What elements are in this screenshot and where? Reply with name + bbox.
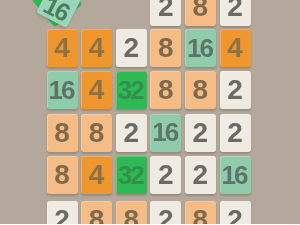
tile-value: 2 xyxy=(158,204,174,225)
tile-value: 32 xyxy=(118,160,143,191)
tile-value: 2 xyxy=(158,159,174,191)
tile-8: 8 xyxy=(81,201,112,225)
tile-2: 2 xyxy=(150,0,181,26)
tile-value: 2 xyxy=(227,117,243,149)
game-board[interactable]: 2824428164164328828821622843222162882821… xyxy=(0,0,300,224)
tile-value: 4 xyxy=(54,32,70,64)
tile-16: 16 xyxy=(220,156,251,194)
tile-16: 16 xyxy=(47,71,78,109)
tile-8: 8 xyxy=(150,71,181,109)
tile-16: 16 xyxy=(185,29,216,67)
tile-8: 8 xyxy=(150,29,181,67)
moving-tile-16: 16 xyxy=(36,0,82,28)
tile-value: 8 xyxy=(89,117,105,149)
tile-32: 32 xyxy=(116,156,147,194)
tile-value: 2 xyxy=(227,0,243,23)
tile-8: 8 xyxy=(47,114,78,152)
tile-2: 2 xyxy=(220,201,251,225)
tile-value: 8 xyxy=(123,204,139,225)
tile-value: 4 xyxy=(227,32,243,64)
tile-value: 8 xyxy=(193,204,209,225)
tile-value: 8 xyxy=(158,32,174,64)
tile-2: 2 xyxy=(150,156,181,194)
tile-2: 2 xyxy=(220,71,251,109)
tile-8: 8 xyxy=(47,156,78,194)
tile-value: 16 xyxy=(152,117,177,148)
tile-value: 8 xyxy=(89,204,105,225)
tile-4: 4 xyxy=(81,156,112,194)
tile-value: 16 xyxy=(39,0,73,26)
tile-value: 2 xyxy=(193,159,209,191)
tile-value: 4 xyxy=(89,74,105,106)
tile-value: 16 xyxy=(187,33,212,64)
tile-value: 2 xyxy=(54,204,70,225)
tile-2: 2 xyxy=(185,114,216,152)
tile-value: 8 xyxy=(158,74,174,106)
tile-2: 2 xyxy=(116,29,147,67)
tile-value: 2 xyxy=(227,74,243,106)
tile-value: 8 xyxy=(54,159,70,191)
tile-value: 16 xyxy=(49,75,74,106)
tile-value: 2 xyxy=(123,117,139,149)
tile-32: 32 xyxy=(116,71,147,109)
tile-value: 2 xyxy=(227,204,243,225)
tile-value: 4 xyxy=(89,159,105,191)
tile-4: 4 xyxy=(81,29,112,67)
tile-8: 8 xyxy=(185,0,216,26)
tile-8: 8 xyxy=(185,71,216,109)
tile-2: 2 xyxy=(220,0,251,26)
tile-4: 4 xyxy=(47,29,78,67)
tile-value: 2 xyxy=(123,32,139,64)
tile-value: 8 xyxy=(54,117,70,149)
tile-value: 4 xyxy=(89,32,105,64)
tile-value: 8 xyxy=(193,74,209,106)
tile-4: 4 xyxy=(81,71,112,109)
tile-16: 16 xyxy=(150,114,181,152)
tile-2: 2 xyxy=(47,201,78,225)
tile-8: 8 xyxy=(116,201,147,225)
tile-2: 2 xyxy=(150,201,181,225)
tile-2: 2 xyxy=(220,114,251,152)
tile-value: 32 xyxy=(118,75,143,106)
tile-2: 2 xyxy=(116,114,147,152)
tile-8: 8 xyxy=(81,114,112,152)
tile-value: 2 xyxy=(193,117,209,149)
tile-value: 16 xyxy=(222,160,247,191)
tile-value: 2 xyxy=(158,0,174,23)
tile-4: 4 xyxy=(220,29,251,67)
tile-8: 8 xyxy=(185,201,216,225)
tile-value: 8 xyxy=(193,0,209,23)
tile-2: 2 xyxy=(185,156,216,194)
